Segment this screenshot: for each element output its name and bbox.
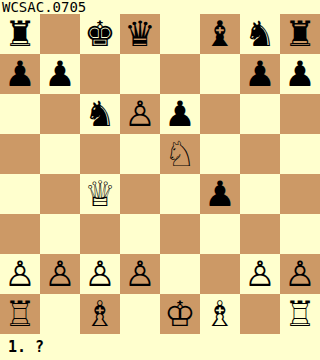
square-d7[interactable] [120, 54, 160, 94]
square-b4[interactable] [40, 174, 80, 214]
square-f3[interactable] [200, 214, 240, 254]
square-h6[interactable] [280, 94, 320, 134]
square-h8[interactable]: ♜ [280, 14, 320, 54]
window-title: WCSAC.0705 [0, 0, 320, 14]
square-h3[interactable] [280, 214, 320, 254]
square-c4[interactable]: ♕ [80, 174, 120, 214]
piece-white-pawn: ♙ [44, 254, 75, 294]
square-f6[interactable] [200, 94, 240, 134]
square-b7[interactable]: ♟ [40, 54, 80, 94]
piece-white-rook: ♖ [4, 294, 35, 334]
square-h4[interactable] [280, 174, 320, 214]
square-g8[interactable]: ♞ [240, 14, 280, 54]
square-h7[interactable]: ♟ [280, 54, 320, 94]
square-a3[interactable] [0, 214, 40, 254]
square-e6[interactable]: ♟ [160, 94, 200, 134]
square-g2[interactable]: ♙ [240, 254, 280, 294]
square-e3[interactable] [160, 214, 200, 254]
square-b3[interactable] [40, 214, 80, 254]
piece-black-knight: ♞ [244, 14, 275, 54]
piece-white-bishop: ♗ [204, 294, 235, 334]
square-e1[interactable]: ♔ [160, 294, 200, 334]
square-e5[interactable]: ♘ [160, 134, 200, 174]
square-g6[interactable] [240, 94, 280, 134]
square-a8[interactable]: ♜ [0, 14, 40, 54]
piece-black-queen: ♛ [124, 14, 155, 54]
piece-white-pawn: ♙ [124, 254, 155, 294]
square-h1[interactable]: ♖ [280, 294, 320, 334]
square-g5[interactable] [240, 134, 280, 174]
move-prompt: 1. ? [0, 334, 320, 360]
piece-black-king: ♚ [84, 14, 115, 54]
square-f1[interactable]: ♗ [200, 294, 240, 334]
square-d8[interactable]: ♛ [120, 14, 160, 54]
square-d6[interactable]: ♙ [120, 94, 160, 134]
piece-white-queen: ♕ [84, 174, 115, 214]
piece-black-pawn: ♟ [4, 54, 35, 94]
square-e8[interactable] [160, 14, 200, 54]
square-d4[interactable] [120, 174, 160, 214]
piece-white-pawn: ♙ [244, 254, 275, 294]
square-g3[interactable] [240, 214, 280, 254]
square-d1[interactable] [120, 294, 160, 334]
square-c5[interactable] [80, 134, 120, 174]
square-c1[interactable]: ♗ [80, 294, 120, 334]
piece-black-knight: ♞ [84, 94, 115, 134]
square-e7[interactable] [160, 54, 200, 94]
square-g7[interactable]: ♟ [240, 54, 280, 94]
piece-white-bishop: ♗ [84, 294, 115, 334]
piece-black-pawn: ♟ [284, 54, 315, 94]
piece-white-pawn: ♙ [124, 94, 155, 134]
square-f4[interactable]: ♟ [200, 174, 240, 214]
piece-white-pawn: ♙ [284, 254, 315, 294]
piece-black-rook: ♜ [4, 14, 35, 54]
square-d2[interactable]: ♙ [120, 254, 160, 294]
square-c6[interactable]: ♞ [80, 94, 120, 134]
piece-white-rook: ♖ [284, 294, 315, 334]
piece-black-pawn: ♟ [44, 54, 75, 94]
piece-white-pawn: ♙ [4, 254, 35, 294]
square-a7[interactable]: ♟ [0, 54, 40, 94]
square-g1[interactable] [240, 294, 280, 334]
square-b1[interactable] [40, 294, 80, 334]
square-a6[interactable] [0, 94, 40, 134]
square-c8[interactable]: ♚ [80, 14, 120, 54]
square-c3[interactable] [80, 214, 120, 254]
square-e2[interactable] [160, 254, 200, 294]
piece-black-bishop: ♝ [204, 14, 235, 54]
piece-white-pawn: ♙ [84, 254, 115, 294]
piece-black-pawn: ♟ [204, 174, 235, 214]
square-d5[interactable] [120, 134, 160, 174]
square-b8[interactable] [40, 14, 80, 54]
piece-white-king: ♔ [164, 294, 195, 334]
square-b5[interactable] [40, 134, 80, 174]
square-f2[interactable] [200, 254, 240, 294]
square-a1[interactable]: ♖ [0, 294, 40, 334]
piece-black-pawn: ♟ [164, 94, 195, 134]
square-g4[interactable] [240, 174, 280, 214]
square-d3[interactable] [120, 214, 160, 254]
square-h2[interactable]: ♙ [280, 254, 320, 294]
piece-white-knight: ♘ [164, 134, 195, 174]
square-e4[interactable] [160, 174, 200, 214]
square-h5[interactable] [280, 134, 320, 174]
square-f8[interactable]: ♝ [200, 14, 240, 54]
square-a4[interactable] [0, 174, 40, 214]
square-c7[interactable] [80, 54, 120, 94]
square-a5[interactable] [0, 134, 40, 174]
square-c2[interactable]: ♙ [80, 254, 120, 294]
chess-board: ♜♚♛♝♞♜♟♟♟♟♞♙♟♘♕♟♙♙♙♙♙♙♖♗♔♗♖ [0, 14, 320, 334]
piece-black-rook: ♜ [284, 14, 315, 54]
piece-black-pawn: ♟ [244, 54, 275, 94]
square-b6[interactable] [40, 94, 80, 134]
square-b2[interactable]: ♙ [40, 254, 80, 294]
square-a2[interactable]: ♙ [0, 254, 40, 294]
square-f5[interactable] [200, 134, 240, 174]
square-f7[interactable] [200, 54, 240, 94]
